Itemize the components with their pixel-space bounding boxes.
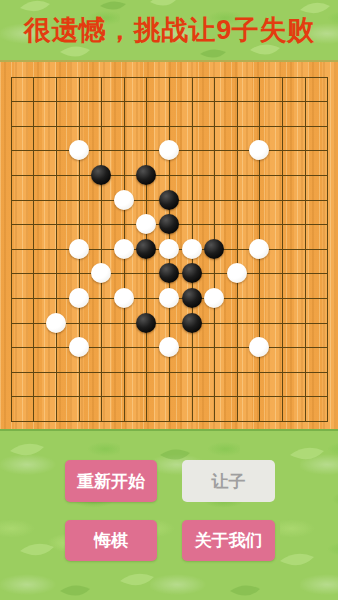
about-button[interactable]: 关于我们 <box>182 520 275 561</box>
white-stone <box>114 288 134 308</box>
white-stone <box>249 140 269 160</box>
grid-line-vertical <box>305 77 306 422</box>
grid-line-horizontal <box>11 396 328 397</box>
white-stone <box>249 337 269 357</box>
white-stone <box>204 288 224 308</box>
black-stone <box>159 190 179 210</box>
grid-line-vertical <box>282 77 283 422</box>
white-stone <box>114 190 134 210</box>
white-stone <box>114 239 134 259</box>
black-stone <box>159 263 179 283</box>
white-stone <box>227 263 247 283</box>
handicap-button[interactable]: 让子 <box>182 460 275 502</box>
status-banner: 很遗憾，挑战让9子失败 <box>0 0 338 62</box>
black-stone <box>136 239 156 259</box>
white-stone <box>69 288 89 308</box>
white-stone <box>159 140 179 160</box>
white-stone <box>91 263 111 283</box>
grid-line-horizontal <box>11 372 328 373</box>
white-stone <box>249 239 269 259</box>
black-stone <box>159 214 179 234</box>
white-stone <box>159 239 179 259</box>
restart-button[interactable]: 重新开始 <box>65 460 157 502</box>
white-stone <box>182 239 202 259</box>
white-stone <box>69 140 89 160</box>
white-stone <box>159 337 179 357</box>
black-stone <box>182 263 202 283</box>
grid-line-horizontal <box>11 421 328 422</box>
white-stone <box>46 313 66 333</box>
black-stone <box>136 313 156 333</box>
black-stone <box>182 288 202 308</box>
leaf-decoration <box>0 431 338 600</box>
black-stone <box>204 239 224 259</box>
white-stone <box>69 239 89 259</box>
white-stone <box>136 214 156 234</box>
black-stone <box>136 165 156 185</box>
undo-button[interactable]: 悔棋 <box>65 520 157 561</box>
game-board[interactable] <box>0 62 338 429</box>
white-stone <box>69 337 89 357</box>
status-message: 很遗憾，挑战让9子失败 <box>24 12 315 48</box>
control-panel: 重新开始 让子 悔棋 关于我们 <box>0 429 338 600</box>
black-stone <box>182 313 202 333</box>
app-window: 很遗憾，挑战让9子失败 重新开始 让子 悔棋 关于我们 <box>0 0 338 600</box>
grid-line-vertical <box>327 77 328 422</box>
white-stone <box>159 288 179 308</box>
grid-line-vertical <box>237 77 238 422</box>
black-stone <box>91 165 111 185</box>
